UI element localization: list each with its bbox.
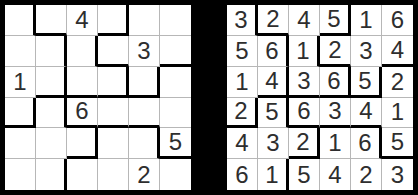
cell-r4c6: 1: [382, 98, 413, 129]
cell-r4c3[interactable]: 6: [67, 98, 98, 129]
cell-r4c5[interactable]: [129, 98, 160, 129]
cell-r1c4[interactable]: [98, 5, 129, 36]
cell-r2c2[interactable]: [36, 36, 67, 67]
cell-r6c6[interactable]: [160, 159, 191, 190]
cell-r2c1[interactable]: [5, 36, 36, 67]
cell-r6c6: 3: [382, 159, 413, 190]
cell-r5c4: 1: [320, 128, 351, 159]
cell-r3c3[interactable]: [67, 67, 98, 98]
cell-r5c5[interactable]: [129, 128, 160, 159]
cell-r4c4: 3: [320, 98, 351, 129]
cell-r3c6[interactable]: [160, 67, 191, 98]
cell-r6c4: 4: [320, 159, 351, 190]
cell-r4c6[interactable]: [160, 98, 191, 129]
cell-r5c3: 2: [289, 128, 320, 159]
cell-r5c2: 3: [258, 128, 289, 159]
cell-r1c5[interactable]: [129, 5, 160, 36]
cell-r2c5[interactable]: 3: [129, 36, 160, 67]
cell-r6c1[interactable]: [5, 159, 36, 190]
cell-r6c4[interactable]: [98, 159, 129, 190]
cell-r6c3[interactable]: [67, 159, 98, 190]
jigsaw-sudoku-diagram: 431652 324516561234143652256341432165615…: [0, 0, 418, 195]
cell-r3c2: 4: [258, 67, 289, 98]
cell-r4c4[interactable]: [98, 98, 129, 129]
cell-r6c2[interactable]: [36, 159, 67, 190]
cell-r2c6[interactable]: [160, 36, 191, 67]
cell-r5c6[interactable]: 5: [160, 128, 191, 159]
cell-r3c5[interactable]: [129, 67, 160, 98]
cell-r2c5: 3: [351, 36, 382, 67]
cell-r2c1: 5: [227, 36, 258, 67]
cell-r3c5: 5: [351, 67, 382, 98]
cell-r6c5: 2: [351, 159, 382, 190]
solution-board: 324516561234143652256341432165615423: [224, 2, 416, 193]
cell-r6c2: 1: [258, 159, 289, 190]
cell-r4c1: 2: [227, 98, 258, 129]
cell-r3c3: 3: [289, 67, 320, 98]
cell-r1c4: 5: [320, 5, 351, 36]
cell-r1c1[interactable]: [5, 5, 36, 36]
cell-r3c1[interactable]: 1: [5, 67, 36, 98]
cell-r3c4: 6: [320, 67, 351, 98]
cell-r3c6: 2: [382, 67, 413, 98]
cell-r4c3: 6: [289, 98, 320, 129]
cell-r4c5: 4: [351, 98, 382, 129]
cell-r1c2: 2: [258, 5, 289, 36]
cell-r5c2[interactable]: [36, 128, 67, 159]
cell-r4c1[interactable]: [5, 98, 36, 129]
cell-r5c1[interactable]: [5, 128, 36, 159]
cell-r1c2[interactable]: [36, 5, 67, 36]
cell-r1c6[interactable]: [160, 5, 191, 36]
cell-r5c6: 5: [382, 128, 413, 159]
cell-r2c2: 6: [258, 36, 289, 67]
cell-r3c2[interactable]: [36, 67, 67, 98]
cell-r2c4[interactable]: [98, 36, 129, 67]
cell-r1c3: 4: [289, 5, 320, 36]
cell-r1c1: 3: [227, 5, 258, 36]
cell-r3c4[interactable]: [98, 67, 129, 98]
cell-r1c6: 6: [382, 5, 413, 36]
cell-r2c4: 2: [320, 36, 351, 67]
cell-r5c4[interactable]: [98, 128, 129, 159]
cell-r4c2[interactable]: [36, 98, 67, 129]
cell-r4c2: 5: [258, 98, 289, 129]
cell-r6c3: 5: [289, 159, 320, 190]
cell-r6c5[interactable]: 2: [129, 159, 160, 190]
cell-r6c1: 6: [227, 159, 258, 190]
puzzle-board: 431652: [2, 2, 194, 193]
cell-r2c3: 1: [289, 36, 320, 67]
cell-r2c6: 4: [382, 36, 413, 67]
cell-r1c3[interactable]: 4: [67, 5, 98, 36]
cell-r2c3[interactable]: [67, 36, 98, 67]
cell-r1c5: 1: [351, 5, 382, 36]
cell-r5c3[interactable]: [67, 128, 98, 159]
cell-r5c5: 6: [351, 128, 382, 159]
cell-r3c1: 1: [227, 67, 258, 98]
cell-r5c1: 4: [227, 128, 258, 159]
